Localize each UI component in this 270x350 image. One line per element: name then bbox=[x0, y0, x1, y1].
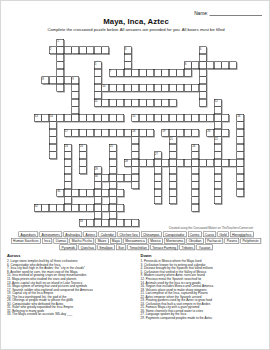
crossword-cell[interactable] bbox=[237, 129, 245, 137]
crossword-cell[interactable] bbox=[237, 174, 245, 182]
instructions: Complete the crossword puzzle below. All… bbox=[1, 27, 270, 32]
crossword-cell[interactable] bbox=[184, 129, 192, 137]
crossword-cell[interactable] bbox=[147, 69, 155, 77]
crossword-cell[interactable] bbox=[64, 189, 72, 197]
crossword-cell[interactable] bbox=[132, 114, 140, 122]
crossword-cell[interactable] bbox=[57, 62, 65, 70]
word-bank-item: Tenochtitlan bbox=[128, 245, 149, 251]
crossword-cell[interactable] bbox=[207, 129, 215, 137]
crossword-cell[interactable] bbox=[199, 54, 207, 62]
crossword-cell[interactable] bbox=[109, 174, 117, 182]
crossword-cell[interactable] bbox=[237, 122, 245, 130]
crossword-cell[interactable] bbox=[109, 204, 117, 212]
crossword-cell[interactable] bbox=[72, 114, 80, 122]
crossword-cell[interactable] bbox=[169, 167, 177, 175]
word-bank-item: Human Sacrifices bbox=[11, 238, 40, 244]
crossword-cell[interactable] bbox=[57, 77, 65, 85]
crossword-cell[interactable] bbox=[132, 159, 140, 167]
crossword-cell[interactable] bbox=[102, 219, 110, 227]
crossword-cell[interactable] bbox=[154, 114, 162, 122]
crossword-cell[interactable] bbox=[109, 84, 117, 92]
crossword-cell[interactable] bbox=[72, 99, 80, 107]
crossword-cell[interactable] bbox=[214, 144, 222, 152]
crossword-cell[interactable] bbox=[72, 129, 80, 137]
crossword-cell[interactable] bbox=[124, 159, 132, 167]
crossword-cell[interactable] bbox=[79, 47, 87, 55]
crossword-cell[interactable] bbox=[94, 167, 102, 175]
crossword-cell[interactable] bbox=[34, 114, 42, 122]
crossword-cell[interactable] bbox=[87, 204, 95, 212]
crossword-cell[interactable] bbox=[132, 182, 140, 190]
crossword-cell[interactable] bbox=[49, 137, 57, 145]
crossword-cell[interactable] bbox=[139, 84, 147, 92]
crossword-cell[interactable] bbox=[64, 204, 72, 212]
crossword-cell[interactable] bbox=[192, 62, 200, 70]
crossword-cell[interactable] bbox=[154, 197, 162, 205]
crossword-cell[interactable] bbox=[132, 129, 140, 137]
crossword-cell[interactable] bbox=[109, 219, 117, 227]
word-bank-item: Aqueducts bbox=[19, 232, 38, 238]
crossword-cell[interactable] bbox=[132, 167, 140, 175]
crossword-cell[interactable] bbox=[102, 99, 110, 107]
word-bank-item: Yucatan bbox=[197, 245, 213, 251]
word-bank-item: Quechua bbox=[79, 245, 96, 251]
crossword-cell[interactable] bbox=[147, 159, 155, 167]
crossword-cell[interactable] bbox=[139, 159, 147, 167]
crossword-cell[interactable] bbox=[124, 47, 132, 55]
word-bank-item: Terrace Farming bbox=[150, 245, 178, 251]
crossword-cell[interactable] bbox=[192, 167, 200, 175]
crossword-cell[interactable] bbox=[109, 152, 117, 160]
crossword-cell[interactable] bbox=[214, 189, 222, 197]
crossword-cell[interactable] bbox=[169, 144, 177, 152]
word-bank-item: Llamas bbox=[54, 238, 68, 244]
crossword-cell[interactable] bbox=[199, 114, 207, 122]
crossword-cell[interactable] bbox=[79, 159, 87, 167]
crossword-cell[interactable] bbox=[57, 189, 65, 197]
crossword-cell[interactable] bbox=[102, 84, 110, 92]
word-bank-item: Conquistador bbox=[163, 232, 186, 238]
crossword-cell[interactable] bbox=[49, 47, 57, 55]
clues-section: Across 2. Large stone temples built by a… bbox=[7, 254, 265, 320]
crossword-cell[interactable] bbox=[109, 197, 117, 205]
crossword-cell[interactable] bbox=[154, 159, 162, 167]
down-column: Down 1. Peninsula in Mexico where the Ma… bbox=[141, 254, 266, 320]
crossword-cell[interactable] bbox=[94, 99, 102, 107]
crossword-cell[interactable] bbox=[117, 219, 125, 227]
word-bank-item: Pachacuti bbox=[205, 238, 223, 244]
crossword-cell[interactable] bbox=[169, 84, 177, 92]
crossword-cell[interactable] bbox=[64, 129, 72, 137]
crossword-cell[interactable] bbox=[169, 197, 177, 205]
crossword-cell[interactable] bbox=[94, 77, 102, 85]
crossword-cell[interactable] bbox=[132, 219, 140, 227]
crossword-cell[interactable] bbox=[124, 84, 132, 92]
crossword-cell[interactable] bbox=[79, 144, 87, 152]
crossword-cell[interactable] bbox=[192, 189, 200, 197]
crossword-cell[interactable] bbox=[192, 84, 200, 92]
crossword-cell[interactable] bbox=[57, 54, 65, 62]
word-bank-item: Tributes bbox=[180, 245, 196, 251]
crossword-cell[interactable] bbox=[64, 152, 72, 160]
crossword-cell[interactable] bbox=[132, 137, 140, 145]
crossword-cell[interactable] bbox=[102, 174, 110, 182]
crossword-cell[interactable] bbox=[139, 114, 147, 122]
crossword-cell[interactable] bbox=[72, 84, 80, 92]
crossword-cell[interactable] bbox=[214, 182, 222, 190]
crossword-cell[interactable] bbox=[207, 114, 215, 122]
crossword-cell[interactable] bbox=[94, 189, 102, 197]
word-bank-item: Cuzco bbox=[203, 232, 216, 238]
name-label: Name: bbox=[194, 10, 208, 16]
crossword-cell[interactable] bbox=[57, 84, 65, 92]
crossword-cell[interactable] bbox=[199, 62, 207, 70]
crossword-cell[interactable] bbox=[102, 47, 110, 55]
word-bank-item: Pyramids bbox=[60, 245, 78, 251]
down-header: Down bbox=[141, 254, 266, 259]
crossword-cell[interactable] bbox=[64, 182, 72, 190]
crossword-cell[interactable] bbox=[79, 189, 87, 197]
crossword-cell[interactable] bbox=[64, 47, 72, 55]
crossword-cell[interactable] bbox=[199, 99, 207, 107]
crossword-cell[interactable] bbox=[94, 129, 102, 137]
across-column: Across 2. Large stone temples built by a… bbox=[7, 254, 132, 320]
crossword-cell[interactable] bbox=[64, 167, 72, 175]
crossword-cell[interactable] bbox=[132, 84, 140, 92]
crossword-cell[interactable] bbox=[192, 144, 200, 152]
crossword-cell[interactable] bbox=[177, 114, 185, 122]
crossword-cell[interactable] bbox=[72, 189, 80, 197]
crossword-cell[interactable] bbox=[102, 204, 110, 212]
crossword-cell[interactable] bbox=[154, 99, 162, 107]
name-row: Name: bbox=[194, 10, 262, 16]
crossword-cell[interactable] bbox=[117, 114, 125, 122]
crossword-cell[interactable] bbox=[57, 69, 65, 77]
across-list: 2. Large stone temples built by all thre… bbox=[7, 259, 132, 316]
crossword-cell[interactable] bbox=[79, 152, 87, 160]
crossword-cell[interactable] bbox=[237, 167, 245, 175]
crossword-cell[interactable] bbox=[94, 114, 102, 122]
crossword-cell[interactable] bbox=[214, 99, 222, 107]
crossword-cell[interactable] bbox=[177, 129, 185, 137]
crossword-cell[interactable] bbox=[184, 159, 192, 167]
crossword-cell[interactable] bbox=[222, 129, 230, 137]
crossword-cell[interactable] bbox=[199, 84, 207, 92]
crossword-cell[interactable] bbox=[49, 152, 57, 160]
crossword-cell[interactable] bbox=[162, 159, 170, 167]
crossword-cell[interactable] bbox=[117, 174, 125, 182]
crossword-cell[interactable] bbox=[199, 159, 207, 167]
crossword-cell[interactable] bbox=[79, 204, 87, 212]
crossword-cell[interactable] bbox=[109, 189, 117, 197]
crossword-cell[interactable] bbox=[192, 114, 200, 122]
crossword-cell[interactable] bbox=[94, 182, 102, 190]
word-bank-item: Sun bbox=[116, 245, 126, 251]
crossword-cell[interactable] bbox=[154, 69, 162, 77]
crossword-cell[interactable] bbox=[94, 47, 102, 55]
crossword-cell[interactable] bbox=[162, 99, 170, 107]
crossword-cell[interactable] bbox=[192, 174, 200, 182]
worksheet-page: Name: Maya, Inca, Aztec Complete the cro… bbox=[0, 0, 270, 350]
crossword-cell[interactable] bbox=[94, 174, 102, 182]
crossword-cell[interactable] bbox=[214, 114, 222, 122]
crossword-cell[interactable] bbox=[177, 69, 185, 77]
crossword-cell[interactable] bbox=[154, 167, 162, 175]
crossword-cell[interactable] bbox=[214, 62, 222, 70]
word-bank-item: Machu Picchu bbox=[70, 238, 94, 244]
crossword-cell[interactable] bbox=[132, 152, 140, 160]
crossword-cell[interactable] bbox=[169, 129, 177, 137]
crossword-cell[interactable] bbox=[199, 47, 207, 55]
crossword-cell[interactable] bbox=[132, 174, 140, 182]
word-bank-item: Astronomers bbox=[39, 232, 61, 238]
word-bank-item: Montezuma bbox=[164, 238, 185, 244]
crossword-cell[interactable] bbox=[49, 144, 57, 152]
crossword-cell[interactable] bbox=[147, 129, 155, 137]
name-field[interactable] bbox=[210, 10, 263, 16]
crossword-cell[interactable] bbox=[154, 174, 162, 182]
crossword-cell[interactable] bbox=[214, 122, 222, 130]
crossword-cell[interactable] bbox=[214, 167, 222, 175]
crossword-cell[interactable] bbox=[87, 47, 95, 55]
word-bank-item: Maya bbox=[110, 238, 122, 244]
crossword-cell[interactable] bbox=[109, 129, 117, 137]
crossword-cell[interactable] bbox=[117, 84, 125, 92]
crossword-cell[interactable] bbox=[222, 62, 230, 70]
crossword-cell[interactable] bbox=[169, 182, 177, 190]
crossword-cell[interactable] bbox=[169, 99, 177, 107]
crossword-cell[interactable] bbox=[162, 129, 170, 137]
crossword-cell[interactable] bbox=[64, 144, 72, 152]
crossword-cell[interactable] bbox=[109, 182, 117, 190]
crossword-cell[interactable] bbox=[237, 114, 245, 122]
crossword-cell[interactable] bbox=[192, 152, 200, 160]
crossword-cell[interactable] bbox=[154, 84, 162, 92]
crossword-cell[interactable] bbox=[64, 77, 72, 85]
crossword-cell[interactable] bbox=[87, 219, 95, 227]
crossword-cell[interactable] bbox=[184, 62, 192, 70]
crossword-cell[interactable] bbox=[102, 129, 110, 137]
crossword-cell[interactable] bbox=[154, 182, 162, 190]
crossword-cell[interactable] bbox=[49, 77, 57, 85]
crossword-cell[interactable] bbox=[109, 69, 117, 77]
crossword-cell[interactable] bbox=[109, 159, 117, 167]
crossword-cell[interactable] bbox=[117, 204, 125, 212]
crossword-cell[interactable] bbox=[34, 204, 42, 212]
crossword-cell[interactable] bbox=[169, 137, 177, 145]
crossword-cell[interactable] bbox=[72, 47, 80, 55]
crossword-cell[interactable] bbox=[117, 189, 125, 197]
crossword-cell[interactable] bbox=[214, 197, 222, 205]
crossword-cell[interactable] bbox=[109, 212, 117, 220]
word-bank-item: Smallpox bbox=[97, 245, 114, 251]
crossword-cell[interactable] bbox=[237, 189, 245, 197]
down-list: 1. Peninsula in Mexico where the Maya li… bbox=[141, 259, 266, 319]
crossword-cell[interactable] bbox=[64, 159, 72, 167]
crossword-cell[interactable] bbox=[94, 212, 102, 220]
crossword-cell[interactable] bbox=[49, 129, 57, 137]
crossword-cell[interactable] bbox=[139, 69, 147, 77]
crossword-cell[interactable] bbox=[199, 69, 207, 77]
crossword-cell[interactable] bbox=[109, 167, 117, 175]
word-bank: AqueductsAstronomersAtahualpaAztecsCalen… bbox=[10, 232, 262, 251]
crossword-cell[interactable] bbox=[94, 84, 102, 92]
crossword-cell[interactable] bbox=[124, 62, 132, 70]
crossword-cell[interactable] bbox=[72, 92, 80, 100]
crossword-cell[interactable] bbox=[139, 99, 147, 107]
crossword-cell[interactable] bbox=[162, 114, 170, 122]
crossword-cell[interactable] bbox=[132, 69, 140, 77]
crossword-cell[interactable] bbox=[132, 144, 140, 152]
word-bank-item: Atahualpa bbox=[63, 232, 82, 238]
crossword-cell[interactable] bbox=[169, 159, 177, 167]
crossword-cell[interactable] bbox=[169, 152, 177, 160]
crossword-cell[interactable] bbox=[132, 99, 140, 107]
crossword-cell[interactable] bbox=[229, 159, 237, 167]
crossword-cell[interactable] bbox=[57, 114, 65, 122]
crossword-cell[interactable] bbox=[117, 129, 125, 137]
crossword-cell[interactable] bbox=[222, 159, 230, 167]
crossword-cell[interactable] bbox=[214, 129, 222, 137]
crossword-cell[interactable] bbox=[64, 197, 72, 205]
crossword-cell[interactable] bbox=[124, 69, 132, 77]
crossword-cell[interactable] bbox=[49, 114, 57, 122]
word-bank-item: Calendar bbox=[99, 232, 116, 238]
crossword-cell[interactable] bbox=[94, 219, 102, 227]
clue-item: 33. The Maya created an accurate 365-day… bbox=[7, 312, 132, 316]
crossword-cell[interactable] bbox=[192, 182, 200, 190]
crossword-cell[interactable] bbox=[79, 219, 87, 227]
crossword-cell[interactable] bbox=[42, 77, 50, 85]
crossword-cell[interactable] bbox=[162, 69, 170, 77]
crossword-cell[interactable] bbox=[162, 84, 170, 92]
crossword-cell[interactable] bbox=[222, 114, 230, 122]
crossword-cell[interactable] bbox=[42, 204, 50, 212]
crossword-cell[interactable] bbox=[79, 114, 87, 122]
crossword-cell[interactable] bbox=[109, 114, 117, 122]
word-bank-item: Chinampas bbox=[141, 232, 161, 238]
crossword-cell[interactable] bbox=[64, 174, 72, 182]
crossword-cell[interactable] bbox=[102, 114, 110, 122]
crossword-cell[interactable] bbox=[177, 159, 185, 167]
crossword-cell[interactable] bbox=[169, 189, 177, 197]
word-bank-item: Obsidian bbox=[187, 238, 204, 244]
crossword-cell[interactable] bbox=[237, 159, 245, 167]
crossword-cell[interactable] bbox=[192, 159, 200, 167]
crossword-cell[interactable] bbox=[72, 77, 80, 85]
crossword-cell[interactable] bbox=[102, 189, 110, 197]
word-bank-item: Chichen Itza bbox=[117, 232, 139, 238]
crossword-cell[interactable] bbox=[192, 204, 200, 212]
crossword-cell[interactable] bbox=[42, 114, 50, 122]
crossword-cell[interactable] bbox=[177, 84, 185, 92]
crossword-cell[interactable] bbox=[237, 182, 245, 190]
crossword-cell[interactable] bbox=[109, 99, 117, 107]
crossword-cell[interactable] bbox=[124, 219, 132, 227]
word-bank-item: Pizarro bbox=[225, 238, 239, 244]
crossword-cell[interactable] bbox=[124, 129, 132, 137]
crossword-cell[interactable] bbox=[87, 129, 95, 137]
crossword-grid: 1234567891011121314151617181920212223242… bbox=[34, 39, 244, 227]
page-title: Maya, Inca, Aztec bbox=[1, 17, 270, 26]
crossword-cell[interactable] bbox=[57, 204, 65, 212]
word-bank-item: Mesoamerica bbox=[123, 238, 147, 244]
word-bank-item: Gold bbox=[218, 232, 229, 238]
attribution: Created using the Crossword Maker on The… bbox=[169, 226, 253, 229]
crossword-cell[interactable] bbox=[49, 122, 57, 130]
crossword-cell[interactable] bbox=[237, 152, 245, 160]
crossword-cell[interactable] bbox=[237, 144, 245, 152]
crossword-cell[interactable] bbox=[169, 174, 177, 182]
crossword-cell[interactable] bbox=[169, 114, 177, 122]
crossword-cell[interactable] bbox=[214, 107, 222, 115]
crossword-cell[interactable] bbox=[87, 114, 95, 122]
word-bank-item: Hieroglyphics bbox=[230, 232, 254, 238]
crossword-cell[interactable] bbox=[154, 152, 162, 160]
crossword-cell[interactable] bbox=[199, 92, 207, 100]
crossword-cell[interactable] bbox=[147, 99, 155, 107]
crossword-cell[interactable] bbox=[147, 84, 155, 92]
crossword-cell[interactable] bbox=[184, 114, 192, 122]
crossword-cell[interactable] bbox=[214, 152, 222, 160]
crossword-cell[interactable] bbox=[214, 174, 222, 182]
crossword-cell[interactable] bbox=[49, 204, 57, 212]
across-header: Across bbox=[7, 254, 132, 259]
crossword-cell[interactable] bbox=[214, 137, 222, 145]
clue-item: 29. Payments conquered peoples made to t… bbox=[141, 316, 266, 320]
crossword-cell[interactable] bbox=[124, 174, 132, 182]
crossword-cell[interactable] bbox=[184, 69, 192, 77]
crossword-cell[interactable] bbox=[57, 39, 65, 47]
crossword-cell[interactable] bbox=[147, 114, 155, 122]
crossword-cell[interactable] bbox=[72, 204, 80, 212]
crossword-cell[interactable] bbox=[57, 47, 65, 55]
crossword-cell[interactable] bbox=[184, 84, 192, 92]
crossword-cell[interactable] bbox=[94, 204, 102, 212]
crossword-cell[interactable] bbox=[207, 159, 215, 167]
word-bank-item: Maize bbox=[96, 238, 109, 244]
crossword-cell[interactable] bbox=[87, 189, 95, 197]
crossword-cell[interactable] bbox=[154, 189, 162, 197]
crossword-cell[interactable] bbox=[72, 107, 80, 115]
crossword-cell[interactable] bbox=[94, 92, 102, 100]
crossword-cell[interactable] bbox=[229, 62, 237, 70]
crossword-cell[interactable] bbox=[199, 77, 207, 85]
crossword-cell[interactable] bbox=[117, 69, 125, 77]
crossword-cell[interactable] bbox=[192, 197, 200, 205]
word-bank-item: Cortes bbox=[188, 232, 202, 238]
crossword-cell[interactable] bbox=[79, 129, 87, 137]
crossword-cell[interactable] bbox=[64, 114, 72, 122]
crossword-cell[interactable] bbox=[214, 159, 222, 167]
crossword-cell[interactable] bbox=[109, 144, 117, 152]
word-bank-item: Polytheistic bbox=[240, 238, 260, 244]
crossword-cell[interactable] bbox=[94, 62, 102, 70]
word-bank-item: Mexico bbox=[148, 238, 162, 244]
word-bank-item: Aztecs bbox=[83, 232, 97, 238]
crossword-cell[interactable] bbox=[192, 129, 200, 137]
crossword-cell[interactable] bbox=[79, 167, 87, 175]
crossword-cell[interactable] bbox=[94, 197, 102, 205]
crossword-cell[interactable] bbox=[94, 69, 102, 77]
crossword-cell[interactable] bbox=[207, 62, 215, 70]
crossword-cell[interactable] bbox=[139, 129, 147, 137]
crossword-cell[interactable] bbox=[124, 54, 132, 62]
crossword-cell[interactable] bbox=[237, 137, 245, 145]
crossword-cell[interactable] bbox=[117, 99, 125, 107]
crossword-cell[interactable] bbox=[169, 69, 177, 77]
crossword-cell[interactable] bbox=[124, 99, 132, 107]
